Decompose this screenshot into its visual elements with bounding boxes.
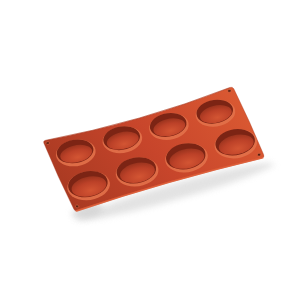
- mold-illustration: [0, 0, 300, 300]
- mold-group: [39, 85, 278, 227]
- product-photo: [0, 0, 300, 300]
